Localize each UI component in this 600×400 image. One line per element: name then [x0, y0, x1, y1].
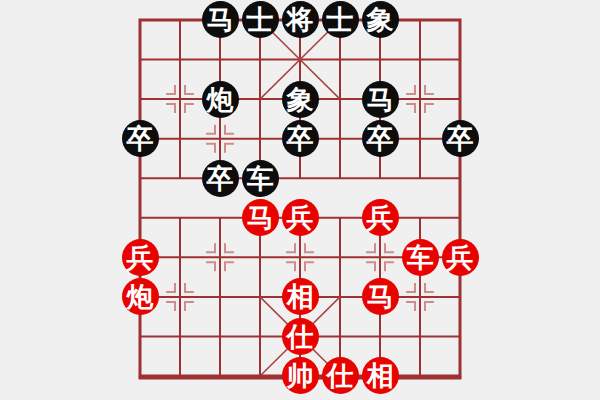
piece-black-elephant[interactable]: 象: [362, 1, 399, 38]
piece-black-chariot[interactable]: 车: [242, 160, 279, 197]
piece-red-horse[interactable]: 马: [242, 199, 279, 236]
piece-black-soldier[interactable]: 卒: [442, 120, 479, 157]
piece-black-advisor[interactable]: 士: [242, 1, 279, 38]
piece-red-advisor[interactable]: 仕: [322, 357, 359, 394]
piece-black-general[interactable]: 将: [282, 1, 319, 38]
piece-black-horse[interactable]: 马: [362, 81, 399, 118]
piece-red-horse[interactable]: 马: [362, 278, 399, 315]
piece-black-horse[interactable]: 马: [202, 1, 239, 38]
piece-red-elephant[interactable]: 相: [282, 278, 319, 315]
piece-red-elephant[interactable]: 相: [362, 357, 399, 394]
piece-black-soldier[interactable]: 卒: [282, 120, 319, 157]
pieces-layer: 马士将士象炮象马卒卒卒卒卒车马兵兵兵车兵炮相马仕帅仕相: [120, 0, 480, 395]
piece-black-soldier[interactable]: 卒: [362, 120, 399, 157]
piece-red-advisor[interactable]: 仕: [282, 318, 319, 355]
piece-black-elephant[interactable]: 象: [282, 81, 319, 118]
xiangqi-board[interactable]: 马士将士象炮象马卒卒卒卒卒车马兵兵兵车兵炮相马仕帅仕相: [0, 0, 600, 400]
piece-red-cannon[interactable]: 炮: [122, 278, 159, 315]
piece-black-soldier[interactable]: 卒: [202, 160, 239, 197]
piece-black-soldier[interactable]: 卒: [122, 120, 159, 157]
piece-red-soldier[interactable]: 兵: [442, 239, 479, 276]
piece-red-general[interactable]: 帅: [282, 357, 319, 394]
piece-red-soldier[interactable]: 兵: [362, 199, 399, 236]
piece-red-soldier[interactable]: 兵: [282, 199, 319, 236]
piece-black-advisor[interactable]: 士: [322, 1, 359, 38]
piece-black-cannon[interactable]: 炮: [202, 81, 239, 118]
piece-red-chariot[interactable]: 车: [402, 239, 439, 276]
piece-red-soldier[interactable]: 兵: [122, 239, 159, 276]
